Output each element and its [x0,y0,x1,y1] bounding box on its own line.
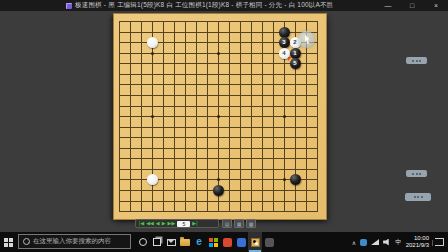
last-move-marker [288,57,292,61]
minimize-button[interactable]: — [376,0,400,11]
clock-time: 10:00 [414,235,429,242]
file-explorer-icon [180,239,190,246]
nav-button[interactable]: ▶▶ [168,220,176,227]
taskbar-clock[interactable]: 10:00 2021/9/3 [406,235,429,249]
mail-taskbar-button[interactable] [164,232,178,252]
move-number-box[interactable]: 5 [177,221,190,227]
close-button[interactable]: × [424,0,448,11]
edge-taskbar-button[interactable]: e [192,232,206,252]
clock-date: 2021/9/3 [406,242,429,249]
stone-black [290,174,301,185]
side-panel-handle-2[interactable] [406,170,427,177]
network-icon[interactable] [371,239,379,245]
nav-button[interactable]: ▶| [192,220,197,227]
board-tool-button-3[interactable]: ▩ [246,219,256,228]
windows-logo-icon [4,238,13,247]
stone-black [279,27,290,38]
app-blue-taskbar-button[interactable] [234,232,248,252]
nav-button[interactable]: ▶ [162,220,166,227]
star-point [151,115,154,118]
tray-chevron-icon[interactable]: ∧ [352,239,356,246]
volume-icon[interactable] [383,239,391,246]
nav-button[interactable]: |◀ [139,220,144,227]
action-center-icon[interactable] [435,238,444,246]
title-bar: 极速围棋 - 黑 工编辑1(5段)K8 白 工位围棋1(1段)K8 - 棋子相同… [0,0,448,11]
app-dark-icon [265,238,274,247]
taskbar-search[interactable]: 在这里输入你要搜索的内容 [18,234,131,249]
task-view-taskbar-button[interactable] [150,232,164,252]
stone-black [213,185,224,196]
app-icon [66,3,72,9]
search-placeholder: 在这里输入你要搜索的内容 [33,237,111,246]
nav-button[interactable]: ◀ [156,220,160,227]
board-tool-button-1[interactable]: ▤ [222,219,232,228]
go-app-taskbar-button[interactable] [248,232,262,252]
app-blue-icon [237,238,246,247]
task-view-icon [153,238,161,246]
app-dark-taskbar-button[interactable] [262,232,276,252]
maximize-button[interactable]: □ [400,0,424,11]
star-point [283,115,286,118]
nav-button[interactable]: ◀◀ [146,220,154,227]
star-point [217,178,220,181]
cortana-icon [139,238,147,246]
stone-white [147,174,158,185]
microsoft-store-taskbar-button[interactable] [206,232,220,252]
star-point [217,52,220,55]
system-tray: ∧ 中 10:00 2021/9/3 [352,232,448,252]
app-window: 极速围棋 - 黑 工编辑1(5段)K8 白 工位围棋1(1段)K8 - 棋子相同… [0,0,448,252]
taskbar: 在这里输入你要搜索的内容 e ∧ 中 10:00 2021/9/3 [0,232,448,252]
go-app-icon [251,238,260,247]
edge-icon: e [196,237,202,247]
side-panel-handle-1[interactable] [406,57,427,64]
stones-layer: 32415 [119,21,318,212]
board-tool-button-2[interactable]: ▦ [234,219,244,228]
file-explorer-taskbar-button[interactable] [178,232,192,252]
ime-indicator[interactable]: 中 [395,238,402,247]
star-point [151,52,154,55]
stone-black: 3 [279,37,290,48]
taskbar-apps: e [136,232,276,252]
app-red-taskbar-button[interactable] [220,232,234,252]
stone-white [147,37,158,48]
star-point [217,115,220,118]
window-title: 极速围棋 - 黑 工编辑1(5段)K8 白 工位围棋1(1段)K8 - 棋子相同… [75,1,333,10]
side-panel-handle-3[interactable] [405,193,431,201]
microsoft-store-icon [209,238,218,247]
mail-icon [167,239,176,246]
cortana-taskbar-button[interactable] [136,232,150,252]
start-button[interactable] [0,232,17,252]
go-board[interactable]: 32415 [114,14,326,219]
window-controls: — □ × [376,0,448,11]
star-point [283,178,286,181]
move-navigation-toolbar: |◀◀◀◀▶▶▶5▶| [135,219,219,228]
board-tool-buttons: ▤▦▩ [222,219,256,228]
app-red-icon [223,238,232,247]
search-icon [23,238,30,245]
tray-app-icon[interactable] [360,239,367,246]
